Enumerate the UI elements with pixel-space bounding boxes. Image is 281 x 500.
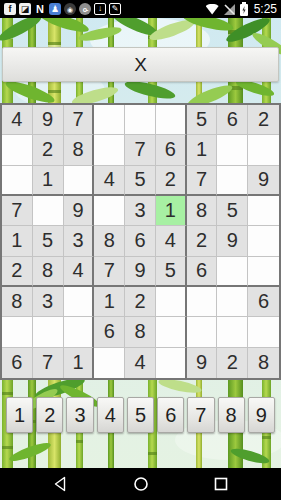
- numpad-button-8[interactable]: 8: [218, 397, 245, 433]
- cell-r4c1[interactable]: 7: [2, 196, 33, 226]
- clock-text: 5:25: [254, 2, 277, 16]
- cell-r3c3[interactable]: [64, 166, 95, 196]
- cell-r3c5[interactable]: 5: [125, 166, 156, 196]
- cell-r1c6[interactable]: [156, 105, 187, 135]
- cell-r3c7[interactable]: 7: [187, 166, 218, 196]
- key-icon: o-: [79, 3, 91, 15]
- facebook-icon: f: [4, 3, 16, 15]
- cell-r6c4[interactable]: 7: [94, 257, 125, 287]
- download-icon: ↓: [94, 3, 106, 15]
- cell-r2c3[interactable]: 8: [64, 135, 95, 165]
- cell-r9c1[interactable]: 6: [2, 348, 33, 378]
- cell-r3c8[interactable]: [217, 166, 248, 196]
- cell-r7c4[interactable]: 1: [94, 287, 125, 317]
- cell-r3c1[interactable]: [2, 166, 33, 196]
- numpad-button-1[interactable]: 1: [6, 397, 33, 433]
- banner-close-button[interactable]: X: [2, 47, 279, 82]
- cell-r4c8[interactable]: 5: [217, 196, 248, 226]
- cell-r1c7[interactable]: 5: [187, 105, 218, 135]
- cell-r8c7[interactable]: [187, 317, 218, 347]
- numpad-button-3[interactable]: 3: [66, 397, 93, 433]
- cell-r5c3[interactable]: 3: [64, 226, 95, 256]
- numpad: 123456789: [0, 397, 281, 433]
- cell-r6c6[interactable]: 5: [156, 257, 187, 287]
- phone-screen: f◪N♟◉o-↓✎ 5:25 X 49756228761145279793185…: [0, 0, 281, 500]
- cell-r2c6[interactable]: 6: [156, 135, 187, 165]
- cell-r6c3[interactable]: 4: [64, 257, 95, 287]
- cell-r2c7[interactable]: 1: [187, 135, 218, 165]
- cell-r6c8[interactable]: [217, 257, 248, 287]
- cell-r9c6[interactable]: [156, 348, 187, 378]
- cell-r2c5[interactable]: 7: [125, 135, 156, 165]
- numpad-button-2[interactable]: 2: [36, 397, 63, 433]
- cell-r4c3[interactable]: 9: [64, 196, 95, 226]
- cell-r9c3[interactable]: 1: [64, 348, 95, 378]
- cell-r1c8[interactable]: 6: [217, 105, 248, 135]
- cell-r7c9[interactable]: 6: [248, 287, 279, 317]
- home-button[interactable]: [132, 475, 150, 493]
- cell-r6c9[interactable]: [248, 257, 279, 287]
- cell-r1c2[interactable]: 9: [33, 105, 64, 135]
- cell-r7c8[interactable]: [217, 287, 248, 317]
- back-icon: [53, 476, 69, 492]
- cell-r6c2[interactable]: 8: [33, 257, 64, 287]
- cell-r9c2[interactable]: 7: [33, 348, 64, 378]
- recents-icon: [213, 476, 229, 492]
- cell-r3c6[interactable]: 2: [156, 166, 187, 196]
- cell-r7c2[interactable]: 3: [33, 287, 64, 317]
- gallery-icon: ◪: [19, 3, 31, 15]
- cell-r4c7[interactable]: 8: [187, 196, 218, 226]
- navigation-bar: [0, 468, 281, 500]
- cell-r8c1[interactable]: [2, 317, 33, 347]
- cell-r1c1[interactable]: 4: [2, 105, 33, 135]
- cell-r3c2[interactable]: 1: [33, 166, 64, 196]
- cell-r4c2[interactable]: [33, 196, 64, 226]
- cell-r5c1[interactable]: 1: [2, 226, 33, 256]
- cell-r9c7[interactable]: 9: [187, 348, 218, 378]
- location-pin-icon: ◉: [64, 3, 76, 15]
- cell-r8c8[interactable]: [217, 317, 248, 347]
- shopping-app-icon: ♟: [49, 3, 61, 15]
- cell-r1c9[interactable]: 2: [248, 105, 279, 135]
- cell-r5c8[interactable]: 9: [217, 226, 248, 256]
- cell-r4c5[interactable]: 3: [125, 196, 156, 226]
- sudoku-board[interactable]: 4975622876114527979318515386429284795683…: [0, 103, 281, 380]
- cell-r5c5[interactable]: 6: [125, 226, 156, 256]
- cell-r7c5[interactable]: 2: [125, 287, 156, 317]
- cell-r8c5[interactable]: 8: [125, 317, 156, 347]
- back-button[interactable]: [52, 475, 70, 493]
- cell-r1c3[interactable]: 7: [64, 105, 95, 135]
- cell-r9c4[interactable]: [94, 348, 125, 378]
- cell-r5c6[interactable]: 4: [156, 226, 187, 256]
- home-icon: [133, 476, 149, 492]
- cell-r8c2[interactable]: [33, 317, 64, 347]
- cell-r9c5[interactable]: 4: [125, 348, 156, 378]
- no-signal-icon: [223, 3, 236, 16]
- cell-r3c4[interactable]: 4: [94, 166, 125, 196]
- numpad-button-4[interactable]: 4: [97, 397, 124, 433]
- cell-r1c5[interactable]: [125, 105, 156, 135]
- cell-r4c6[interactable]: 1: [156, 196, 187, 226]
- battery-charging-icon: [240, 2, 248, 16]
- cell-r2c1[interactable]: [2, 135, 33, 165]
- status-icons-right: 5:25: [206, 2, 277, 16]
- cell-r6c7[interactable]: 6: [187, 257, 218, 287]
- cell-r8c6[interactable]: [156, 317, 187, 347]
- cell-r7c1[interactable]: 8: [2, 287, 33, 317]
- cell-r4c4[interactable]: [94, 196, 125, 226]
- cell-r9c9[interactable]: 8: [248, 348, 279, 378]
- cell-r5c2[interactable]: 5: [33, 226, 64, 256]
- cell-r2c8[interactable]: [217, 135, 248, 165]
- status-bar: f◪N♟◉o-↓✎ 5:25: [0, 0, 281, 18]
- cell-r1c4[interactable]: [94, 105, 125, 135]
- cell-r8c3[interactable]: [64, 317, 95, 347]
- recents-button[interactable]: [212, 475, 230, 493]
- cell-r5c9[interactable]: [248, 226, 279, 256]
- wifi-icon: [206, 4, 219, 15]
- cell-r9c8[interactable]: 2: [217, 348, 248, 378]
- numpad-button-7[interactable]: 7: [187, 397, 214, 433]
- cell-r2c4[interactable]: [94, 135, 125, 165]
- cell-r8c4[interactable]: 6: [94, 317, 125, 347]
- cell-r6c1[interactable]: 2: [2, 257, 33, 287]
- netflix-icon: N: [34, 3, 46, 15]
- cell-r2c2[interactable]: 2: [33, 135, 64, 165]
- numpad-button-5[interactable]: 5: [127, 397, 154, 433]
- cell-r5c4[interactable]: 8: [94, 226, 125, 256]
- cell-r5c7[interactable]: 2: [187, 226, 218, 256]
- compose-icon: ✎: [109, 3, 121, 15]
- cell-r7c3[interactable]: [64, 287, 95, 317]
- cell-r3c9[interactable]: 9: [248, 166, 279, 196]
- status-icons-left: f◪N♟◉o-↓✎: [4, 3, 121, 15]
- cell-r7c7[interactable]: [187, 287, 218, 317]
- cell-r7c6[interactable]: [156, 287, 187, 317]
- numpad-button-6[interactable]: 6: [157, 397, 184, 433]
- cell-r2c9[interactable]: [248, 135, 279, 165]
- cell-r8c9[interactable]: [248, 317, 279, 347]
- cell-r6c5[interactable]: 9: [125, 257, 156, 287]
- numpad-button-9[interactable]: 9: [248, 397, 275, 433]
- cell-r4c9[interactable]: [248, 196, 279, 226]
